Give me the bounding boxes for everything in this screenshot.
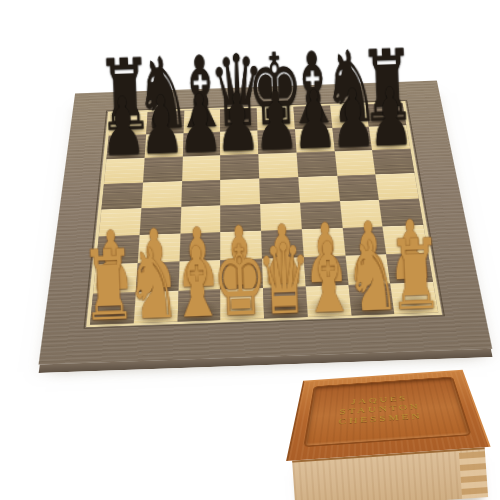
square: ♟ — [387, 253, 433, 284]
chess-board-grid: ♜♞♝♛♚♝♞♜♟♟♟♟♟♟♟♟♟♟♟♟♟♟♟♟♜♞♝♚♛♝♞♜ — [90, 103, 438, 325]
square — [141, 181, 181, 208]
square: ♟ — [220, 259, 263, 290]
square — [99, 208, 141, 236]
square — [143, 157, 183, 183]
square: ♟ — [332, 127, 372, 152]
square: ♝ — [183, 109, 220, 133]
box-lid-panel: JAQUES STAUNTON CHESSMEN — [303, 377, 471, 448]
square — [372, 149, 414, 175]
square — [300, 201, 342, 229]
square: ♞ — [348, 283, 395, 315]
stringing-line: ♜♞♝♛♚♝♞♜♟♟♟♟♟♟♟♟♟♟♟♟♟♟♟♟♜♞♝♚♛♝♞♜ — [86, 101, 442, 327]
square — [379, 198, 423, 226]
square — [298, 176, 339, 203]
square — [182, 155, 221, 181]
square: ♞ — [134, 291, 179, 323]
square: ♟ — [144, 133, 183, 158]
square: ♞ — [330, 104, 369, 128]
square: ♚ — [257, 107, 295, 131]
square — [258, 153, 298, 179]
square — [339, 200, 382, 228]
square — [296, 151, 336, 177]
square: ♟ — [345, 254, 390, 285]
square — [261, 229, 303, 258]
square — [220, 178, 260, 205]
square: ♚ — [221, 288, 265, 320]
square: ♟ — [93, 263, 137, 294]
square: ♟ — [182, 132, 220, 157]
square: ♟ — [295, 128, 335, 153]
piece-shadow — [131, 299, 181, 326]
square: ♛ — [220, 108, 257, 132]
square — [302, 228, 345, 257]
square — [101, 183, 142, 210]
square: ♟ — [369, 125, 410, 150]
square: ♜ — [90, 292, 136, 324]
piece-shadow — [174, 297, 223, 324]
chessmen-box: JAQUES STAUNTON CHESSMEN — [277, 315, 494, 500]
square: ♞ — [146, 111, 184, 135]
square: ♝ — [306, 285, 352, 317]
square: ♟ — [258, 129, 297, 154]
piece-shadow — [303, 293, 354, 320]
square — [220, 231, 262, 260]
square: ♟ — [178, 260, 220, 291]
square — [181, 180, 221, 207]
square — [179, 232, 221, 261]
piece-shadow — [389, 290, 441, 317]
square — [137, 234, 179, 263]
square: ♟ — [106, 134, 146, 159]
square: ♜ — [390, 282, 438, 314]
square — [180, 205, 221, 233]
box-lid: JAQUES STAUNTON CHESSMEN — [286, 370, 491, 461]
square — [220, 204, 261, 232]
square — [220, 154, 259, 180]
square — [104, 158, 144, 184]
square: ♝ — [293, 106, 332, 130]
square — [334, 150, 375, 176]
square: ♜ — [109, 112, 148, 136]
square: ♟ — [220, 131, 258, 156]
square — [259, 177, 300, 204]
square — [342, 226, 386, 255]
square — [139, 207, 180, 235]
square — [383, 225, 428, 254]
square — [337, 174, 379, 201]
square: ♟ — [136, 262, 179, 293]
square — [96, 235, 139, 264]
square — [376, 173, 419, 200]
finger-joints — [459, 451, 488, 499]
square: ♟ — [262, 257, 306, 288]
square — [260, 203, 301, 231]
square: ♛ — [263, 286, 308, 318]
piece-shadow — [218, 296, 267, 323]
square: ♜ — [366, 103, 406, 127]
square: ♟ — [303, 256, 347, 287]
square: ♝ — [177, 289, 221, 321]
